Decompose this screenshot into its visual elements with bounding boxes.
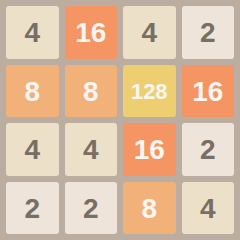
tile-r3c0: 2 (6, 182, 59, 235)
tile-r2c2: 16 (123, 123, 176, 176)
tile-r3c1: 2 (65, 182, 118, 235)
tile-r0c1: 16 (65, 6, 118, 59)
tile-r1c1: 8 (65, 65, 118, 118)
tile-r1c2: 128 (123, 65, 176, 118)
2048-board[interactable]: 4 16 4 2 8 8 128 16 4 4 16 2 2 2 8 4 (0, 0, 240, 240)
tile-r1c0: 8 (6, 65, 59, 118)
tile-r0c2: 4 (123, 6, 176, 59)
tile-r3c3: 4 (182, 182, 235, 235)
tile-r2c3: 2 (182, 123, 235, 176)
tile-r3c2: 8 (123, 182, 176, 235)
tile-r1c3: 16 (182, 65, 235, 118)
tile-r2c0: 4 (6, 123, 59, 176)
tile-r2c1: 4 (65, 123, 118, 176)
tile-r0c0: 4 (6, 6, 59, 59)
tile-r0c3: 2 (182, 6, 235, 59)
